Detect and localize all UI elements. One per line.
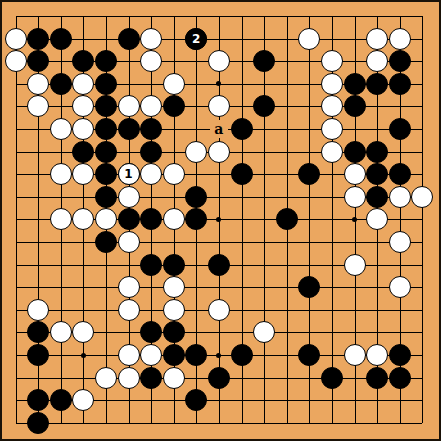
black-stone-move-2: 2 bbox=[185, 28, 207, 50]
black-stone bbox=[95, 73, 117, 95]
white-stone bbox=[366, 50, 388, 72]
go-board: 12a bbox=[0, 0, 441, 441]
black-stone bbox=[118, 208, 140, 230]
white-stone bbox=[140, 28, 162, 50]
black-stone bbox=[27, 28, 49, 50]
black-stone bbox=[163, 254, 185, 276]
white-stone bbox=[208, 50, 230, 72]
white-stone bbox=[389, 186, 411, 208]
black-stone bbox=[208, 254, 230, 276]
black-stone bbox=[231, 118, 253, 140]
black-stone bbox=[389, 163, 411, 185]
white-stone bbox=[321, 73, 343, 95]
white-stone bbox=[344, 186, 366, 208]
white-stone bbox=[50, 163, 72, 185]
black-stone bbox=[27, 344, 49, 366]
black-stone bbox=[321, 367, 343, 389]
white-stone bbox=[140, 163, 162, 185]
white-stone bbox=[27, 299, 49, 321]
black-stone bbox=[366, 367, 388, 389]
black-stone bbox=[185, 344, 207, 366]
black-stone bbox=[140, 118, 162, 140]
white-stone bbox=[185, 141, 207, 163]
white-stone bbox=[72, 163, 94, 185]
white-stone bbox=[389, 28, 411, 50]
white-stone bbox=[50, 321, 72, 343]
white-stone bbox=[366, 344, 388, 366]
black-stone bbox=[389, 367, 411, 389]
go-diagram: 12a bbox=[0, 0, 441, 441]
white-stone bbox=[140, 95, 162, 117]
white-stone bbox=[366, 28, 388, 50]
white-stone bbox=[72, 73, 94, 95]
hoshi-point bbox=[81, 353, 86, 358]
black-stone bbox=[72, 141, 94, 163]
grid-line-vertical bbox=[264, 16, 265, 423]
black-stone bbox=[366, 163, 388, 185]
white-stone bbox=[72, 118, 94, 140]
black-stone bbox=[344, 73, 366, 95]
white-stone bbox=[208, 141, 230, 163]
white-stone bbox=[140, 50, 162, 72]
black-stone bbox=[140, 208, 162, 230]
black-stone bbox=[366, 186, 388, 208]
black-stone bbox=[27, 321, 49, 343]
black-stone bbox=[50, 389, 72, 411]
black-stone bbox=[27, 389, 49, 411]
black-stone bbox=[231, 163, 253, 185]
white-stone bbox=[298, 28, 320, 50]
black-stone bbox=[185, 186, 207, 208]
white-stone bbox=[118, 299, 140, 321]
white-stone bbox=[118, 344, 140, 366]
grid-line-horizontal bbox=[16, 242, 423, 243]
hoshi-point bbox=[216, 353, 221, 358]
black-stone bbox=[366, 73, 388, 95]
black-stone bbox=[389, 118, 411, 140]
point-label-a: a bbox=[210, 120, 228, 138]
white-stone-move-1: 1 bbox=[118, 163, 140, 185]
white-stone bbox=[118, 231, 140, 253]
black-stone bbox=[185, 208, 207, 230]
black-stone bbox=[27, 412, 49, 434]
white-stone bbox=[72, 95, 94, 117]
white-stone bbox=[118, 276, 140, 298]
white-stone bbox=[253, 321, 275, 343]
hoshi-point bbox=[352, 217, 357, 222]
white-stone bbox=[140, 344, 162, 366]
black-stone bbox=[253, 95, 275, 117]
black-stone bbox=[118, 28, 140, 50]
black-stone bbox=[185, 389, 207, 411]
black-stone bbox=[95, 118, 117, 140]
black-stone bbox=[163, 95, 185, 117]
black-stone bbox=[140, 254, 162, 276]
black-stone bbox=[140, 141, 162, 163]
grid-line-horizontal bbox=[16, 287, 423, 288]
hoshi-point bbox=[216, 217, 221, 222]
black-stone bbox=[27, 50, 49, 72]
white-stone bbox=[72, 389, 94, 411]
black-stone bbox=[389, 73, 411, 95]
black-stone bbox=[95, 95, 117, 117]
white-stone bbox=[389, 231, 411, 253]
white-stone bbox=[72, 321, 94, 343]
white-stone bbox=[344, 254, 366, 276]
hoshi-point bbox=[216, 81, 221, 86]
black-stone bbox=[95, 163, 117, 185]
white-stone bbox=[163, 276, 185, 298]
white-stone bbox=[163, 163, 185, 185]
black-stone bbox=[298, 276, 320, 298]
white-stone bbox=[344, 344, 366, 366]
white-stone bbox=[411, 186, 433, 208]
white-stone bbox=[321, 95, 343, 117]
white-stone bbox=[95, 208, 117, 230]
white-stone bbox=[5, 28, 27, 50]
white-stone bbox=[5, 50, 27, 72]
white-stone bbox=[321, 118, 343, 140]
black-stone bbox=[389, 344, 411, 366]
white-stone bbox=[208, 299, 230, 321]
white-stone bbox=[208, 95, 230, 117]
white-stone bbox=[321, 50, 343, 72]
grid-line-vertical bbox=[422, 16, 423, 423]
white-stone bbox=[163, 208, 185, 230]
black-stone bbox=[163, 321, 185, 343]
black-stone bbox=[72, 50, 94, 72]
black-stone bbox=[163, 344, 185, 366]
white-stone bbox=[72, 208, 94, 230]
black-stone bbox=[276, 208, 298, 230]
grid-line-horizontal bbox=[16, 423, 423, 424]
black-stone bbox=[344, 141, 366, 163]
black-stone bbox=[95, 231, 117, 253]
black-stone bbox=[50, 73, 72, 95]
black-stone bbox=[140, 367, 162, 389]
black-stone bbox=[298, 163, 320, 185]
white-stone bbox=[95, 367, 117, 389]
black-stone bbox=[389, 50, 411, 72]
white-stone bbox=[50, 118, 72, 140]
white-stone bbox=[366, 208, 388, 230]
white-stone bbox=[27, 73, 49, 95]
black-stone bbox=[140, 321, 162, 343]
black-stone bbox=[50, 28, 72, 50]
white-stone bbox=[321, 141, 343, 163]
black-stone bbox=[118, 118, 140, 140]
white-stone bbox=[344, 163, 366, 185]
black-stone bbox=[231, 344, 253, 366]
black-stone bbox=[344, 95, 366, 117]
white-stone bbox=[118, 186, 140, 208]
black-stone bbox=[253, 50, 275, 72]
white-stone bbox=[163, 299, 185, 321]
black-stone bbox=[366, 141, 388, 163]
white-stone bbox=[118, 367, 140, 389]
white-stone bbox=[27, 95, 49, 117]
black-stone bbox=[208, 367, 230, 389]
white-stone bbox=[389, 276, 411, 298]
white-stone bbox=[163, 367, 185, 389]
black-stone bbox=[95, 141, 117, 163]
black-stone bbox=[95, 186, 117, 208]
black-stone bbox=[298, 344, 320, 366]
white-stone bbox=[50, 208, 72, 230]
white-stone bbox=[118, 95, 140, 117]
white-stone bbox=[163, 73, 185, 95]
black-stone bbox=[95, 50, 117, 72]
